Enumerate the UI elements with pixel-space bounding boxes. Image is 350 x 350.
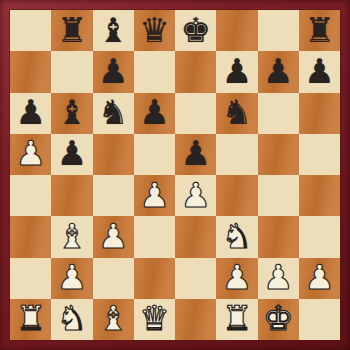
square-b7[interactable] [51, 51, 92, 92]
square-d1[interactable]: ♛ [134, 299, 175, 340]
white-queen-icon: ♛ [139, 301, 169, 335]
square-a6[interactable]: ♟ [10, 93, 51, 134]
white-pawn-icon: ♟ [139, 178, 169, 212]
square-c2[interactable] [93, 258, 134, 299]
square-d4[interactable]: ♟ [134, 175, 175, 216]
black-knight-icon: ♞ [222, 95, 252, 129]
square-g8[interactable] [258, 10, 299, 51]
black-pawn-icon: ♟ [180, 136, 210, 170]
square-c8[interactable]: ♝ [93, 10, 134, 51]
square-e5[interactable]: ♟ [175, 134, 216, 175]
white-pawn-icon: ♟ [304, 260, 334, 294]
white-pawn-icon: ♟ [222, 260, 252, 294]
square-h6[interactable] [299, 93, 340, 134]
square-g6[interactable] [258, 93, 299, 134]
white-king-icon: ♚ [263, 301, 293, 335]
white-bishop-icon: ♝ [98, 301, 128, 335]
square-f7[interactable]: ♟ [216, 51, 257, 92]
square-e3[interactable] [175, 216, 216, 257]
white-pawn-icon: ♟ [57, 260, 87, 294]
white-knight-icon: ♞ [57, 301, 87, 335]
square-g3[interactable] [258, 216, 299, 257]
square-f2[interactable]: ♟ [216, 258, 257, 299]
square-c7[interactable]: ♟ [93, 51, 134, 92]
square-c6[interactable]: ♞ [93, 93, 134, 134]
square-b2[interactable]: ♟ [51, 258, 92, 299]
square-d2[interactable] [134, 258, 175, 299]
black-bishop-icon: ♝ [98, 13, 128, 47]
white-rook-icon: ♜ [15, 301, 45, 335]
square-d8[interactable]: ♛ [134, 10, 175, 51]
white-pawn-icon: ♟ [263, 260, 293, 294]
square-b4[interactable] [51, 175, 92, 216]
square-a4[interactable] [10, 175, 51, 216]
square-b6[interactable]: ♝ [51, 93, 92, 134]
square-f1[interactable]: ♜ [216, 299, 257, 340]
square-b5[interactable]: ♟ [51, 134, 92, 175]
square-d7[interactable] [134, 51, 175, 92]
square-d6[interactable]: ♟ [134, 93, 175, 134]
square-g7[interactable]: ♟ [258, 51, 299, 92]
square-h8[interactable]: ♜ [299, 10, 340, 51]
square-h4[interactable] [299, 175, 340, 216]
square-a3[interactable] [10, 216, 51, 257]
square-f3[interactable]: ♞ [216, 216, 257, 257]
black-rook-icon: ♜ [304, 13, 334, 47]
square-h7[interactable]: ♟ [299, 51, 340, 92]
square-a7[interactable] [10, 51, 51, 92]
black-knight-icon: ♞ [98, 95, 128, 129]
black-pawn-icon: ♟ [57, 136, 87, 170]
square-d3[interactable] [134, 216, 175, 257]
square-c4[interactable] [93, 175, 134, 216]
square-e7[interactable] [175, 51, 216, 92]
black-pawn-icon: ♟ [304, 54, 334, 88]
black-pawn-icon: ♟ [15, 95, 45, 129]
square-b3[interactable]: ♝ [51, 216, 92, 257]
white-knight-icon: ♞ [222, 219, 252, 253]
black-pawn-icon: ♟ [222, 54, 252, 88]
square-c5[interactable] [93, 134, 134, 175]
chess-board-frame: ♜♝♛♚♜♟♟♟♟♟♝♞♟♞♟♟♟♟♟♝♟♞♟♟♟♟♜♞♝♛♜♚ [0, 0, 350, 350]
square-c1[interactable]: ♝ [93, 299, 134, 340]
square-e4[interactable]: ♟ [175, 175, 216, 216]
square-e6[interactable] [175, 93, 216, 134]
square-g4[interactable] [258, 175, 299, 216]
square-f4[interactable] [216, 175, 257, 216]
black-rook-icon: ♜ [57, 13, 87, 47]
square-h3[interactable] [299, 216, 340, 257]
black-queen-icon: ♛ [139, 13, 169, 47]
square-b1[interactable]: ♞ [51, 299, 92, 340]
square-g1[interactable]: ♚ [258, 299, 299, 340]
square-e1[interactable] [175, 299, 216, 340]
white-pawn-icon: ♟ [180, 178, 210, 212]
square-h1[interactable] [299, 299, 340, 340]
square-g2[interactable]: ♟ [258, 258, 299, 299]
square-a1[interactable]: ♜ [10, 299, 51, 340]
square-d5[interactable] [134, 134, 175, 175]
white-pawn-icon: ♟ [15, 136, 45, 170]
black-pawn-icon: ♟ [263, 54, 293, 88]
black-bishop-icon: ♝ [57, 95, 87, 129]
black-king-icon: ♚ [180, 13, 210, 47]
square-e2[interactable] [175, 258, 216, 299]
square-c3[interactable]: ♟ [93, 216, 134, 257]
white-pawn-icon: ♟ [98, 219, 128, 253]
square-h2[interactable]: ♟ [299, 258, 340, 299]
white-bishop-icon: ♝ [57, 219, 87, 253]
square-h5[interactable] [299, 134, 340, 175]
chess-board: ♜♝♛♚♜♟♟♟♟♟♝♞♟♞♟♟♟♟♟♝♟♞♟♟♟♟♜♞♝♛♜♚ [10, 10, 340, 340]
square-a8[interactable] [10, 10, 51, 51]
square-a2[interactable] [10, 258, 51, 299]
square-g5[interactable] [258, 134, 299, 175]
square-f8[interactable] [216, 10, 257, 51]
black-pawn-icon: ♟ [139, 95, 169, 129]
square-f5[interactable] [216, 134, 257, 175]
square-f6[interactable]: ♞ [216, 93, 257, 134]
white-rook-icon: ♜ [222, 301, 252, 335]
square-e8[interactable]: ♚ [175, 10, 216, 51]
square-a5[interactable]: ♟ [10, 134, 51, 175]
black-pawn-icon: ♟ [98, 54, 128, 88]
square-b8[interactable]: ♜ [51, 10, 92, 51]
